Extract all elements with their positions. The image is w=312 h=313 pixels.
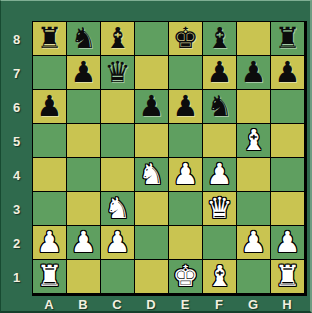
black-bishop-icon: ♝ [105, 22, 131, 55]
square-f1[interactable]: ♝ [203, 260, 236, 293]
square-d2[interactable] [135, 226, 168, 259]
square-b6[interactable] [67, 90, 100, 123]
square-b3[interactable] [67, 192, 100, 225]
black-pawn-icon: ♟ [207, 56, 233, 89]
square-e2[interactable] [169, 226, 202, 259]
rank-label-1: 1 [1, 260, 32, 294]
square-c2[interactable]: ♟ [101, 226, 134, 259]
square-g7[interactable]: ♟ [237, 56, 270, 89]
square-d1[interactable] [135, 260, 168, 293]
square-d6[interactable]: ♟ [135, 90, 168, 123]
black-pawn-icon: ♟ [139, 90, 165, 123]
file-label-b: B [66, 295, 100, 313]
square-f2[interactable] [203, 226, 236, 259]
square-b1[interactable] [67, 260, 100, 293]
square-c3[interactable]: ♞ [101, 192, 134, 225]
square-e3[interactable] [169, 192, 202, 225]
square-a7[interactable] [33, 56, 66, 89]
square-e5[interactable] [169, 124, 202, 157]
white-pawn-icon: ♟ [275, 226, 301, 259]
rank-labels: 87654321 [1, 22, 32, 294]
square-a5[interactable] [33, 124, 66, 157]
square-a2[interactable]: ♟ [33, 226, 66, 259]
black-rook-icon: ♜ [37, 22, 63, 55]
square-h2[interactable]: ♟ [271, 226, 304, 259]
square-g2[interactable]: ♟ [237, 226, 270, 259]
square-f6[interactable]: ♞ [203, 90, 236, 123]
square-c7[interactable]: ♛ [101, 56, 134, 89]
white-queen-icon: ♛ [207, 192, 233, 225]
square-e8[interactable]: ♚ [169, 22, 202, 55]
white-bishop-icon: ♝ [241, 124, 267, 157]
square-e4[interactable]: ♟ [169, 158, 202, 191]
white-pawn-icon: ♟ [105, 226, 131, 259]
black-rook-icon: ♜ [275, 22, 301, 55]
white-pawn-icon: ♟ [241, 226, 267, 259]
square-g6[interactable] [237, 90, 270, 123]
square-e6[interactable]: ♟ [169, 90, 202, 123]
square-h1[interactable]: ♜ [271, 260, 304, 293]
black-pawn-icon: ♟ [173, 90, 199, 123]
file-label-c: C [100, 295, 134, 313]
file-label-h: H [270, 295, 304, 313]
square-d3[interactable] [135, 192, 168, 225]
square-b4[interactable] [67, 158, 100, 191]
square-f4[interactable]: ♟ [203, 158, 236, 191]
square-b5[interactable] [67, 124, 100, 157]
chessboard-window: 87654321 ♜♞♝♚♝♜♟♛♟♟♟♟♟♟♞♝♞♟♟♞♛♟♟♟♟♟♜♚♝♜ … [0, 0, 312, 313]
square-g1[interactable] [237, 260, 270, 293]
square-a4[interactable] [33, 158, 66, 191]
square-a8[interactable]: ♜ [33, 22, 66, 55]
square-f5[interactable] [203, 124, 236, 157]
file-label-d: D [134, 295, 168, 313]
square-c4[interactable] [101, 158, 134, 191]
square-c1[interactable] [101, 260, 134, 293]
square-c6[interactable] [101, 90, 134, 123]
square-f3[interactable]: ♛ [203, 192, 236, 225]
black-queen-icon: ♛ [105, 56, 131, 89]
square-h7[interactable]: ♟ [271, 56, 304, 89]
rank-label-3: 3 [1, 192, 32, 226]
square-a1[interactable]: ♜ [33, 260, 66, 293]
square-e1[interactable]: ♚ [169, 260, 202, 293]
square-c8[interactable]: ♝ [101, 22, 134, 55]
square-b7[interactable]: ♟ [67, 56, 100, 89]
black-pawn-icon: ♟ [71, 56, 97, 89]
square-b8[interactable]: ♞ [67, 22, 100, 55]
rank-label-4: 4 [1, 158, 32, 192]
rank-label-2: 2 [1, 226, 32, 260]
file-labels: ABCDEFGH [32, 295, 305, 313]
rank-label-5: 5 [1, 124, 32, 158]
rank-label-7: 7 [1, 56, 32, 90]
rank-label-6: 6 [1, 90, 32, 124]
file-label-f: F [202, 295, 236, 313]
square-d4[interactable]: ♞ [135, 158, 168, 191]
file-label-e: E [168, 295, 202, 313]
white-rook-icon: ♜ [37, 260, 63, 293]
white-pawn-icon: ♟ [173, 158, 199, 191]
square-e7[interactable] [169, 56, 202, 89]
file-label-a: A [32, 295, 66, 313]
white-king-icon: ♚ [173, 260, 199, 293]
square-h4[interactable] [271, 158, 304, 191]
file-label-g: G [236, 295, 270, 313]
chess-board: ♜♞♝♚♝♜♟♛♟♟♟♟♟♟♞♝♞♟♟♞♛♟♟♟♟♟♜♚♝♜ [32, 21, 307, 296]
square-g3[interactable] [237, 192, 270, 225]
black-knight-icon: ♞ [71, 22, 97, 55]
black-king-icon: ♚ [173, 22, 199, 55]
white-pawn-icon: ♟ [37, 226, 63, 259]
square-d8[interactable] [135, 22, 168, 55]
white-bishop-icon: ♝ [207, 260, 233, 293]
black-bishop-icon: ♝ [207, 22, 233, 55]
black-pawn-icon: ♟ [37, 90, 63, 123]
black-pawn-icon: ♟ [275, 56, 301, 89]
square-f8[interactable]: ♝ [203, 22, 236, 55]
white-pawn-icon: ♟ [71, 226, 97, 259]
square-h8[interactable]: ♜ [271, 22, 304, 55]
square-d7[interactable] [135, 56, 168, 89]
square-d5[interactable] [135, 124, 168, 157]
square-a3[interactable] [33, 192, 66, 225]
square-h6[interactable] [271, 90, 304, 123]
square-c5[interactable] [101, 124, 134, 157]
square-a6[interactable]: ♟ [33, 90, 66, 123]
square-g5[interactable]: ♝ [237, 124, 270, 157]
square-b2[interactable]: ♟ [67, 226, 100, 259]
white-pawn-icon: ♟ [207, 158, 233, 191]
white-rook-icon: ♜ [275, 260, 301, 293]
square-h5[interactable] [271, 124, 304, 157]
square-g8[interactable] [237, 22, 270, 55]
rank-label-8: 8 [1, 22, 32, 56]
white-knight-icon: ♞ [105, 192, 131, 225]
square-f7[interactable]: ♟ [203, 56, 236, 89]
white-knight-icon: ♞ [139, 158, 165, 191]
black-pawn-icon: ♟ [241, 56, 267, 89]
square-h3[interactable] [271, 192, 304, 225]
square-g4[interactable] [237, 158, 270, 191]
black-knight-icon: ♞ [207, 90, 233, 123]
